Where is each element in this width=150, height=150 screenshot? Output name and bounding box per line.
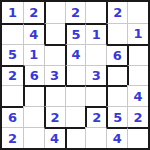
given-digit: 5	[113, 111, 122, 124]
cell-r5c4[interactable]	[65, 85, 86, 106]
cell-r5c1[interactable]	[2, 85, 23, 106]
cell-r1c7[interactable]	[127, 2, 148, 23]
cell-r1c6[interactable]: 2	[106, 2, 127, 23]
given-digit: 5	[8, 48, 17, 61]
cell-r7c6[interactable]: 4	[106, 127, 127, 148]
given-digit: 4	[134, 90, 143, 103]
given-digit: 2	[29, 6, 38, 19]
given-digit: 4	[50, 132, 59, 145]
cell-r5c5[interactable]	[85, 85, 106, 106]
given-digit: 1	[134, 27, 143, 40]
cell-r4c7[interactable]	[127, 65, 148, 86]
cell-r6c6[interactable]: 5	[106, 106, 127, 127]
cell-r6c3[interactable]: 2	[44, 106, 65, 127]
given-digit: 1	[8, 6, 17, 19]
cell-r2c1[interactable]	[2, 23, 23, 44]
cell-r4c4[interactable]	[65, 65, 86, 86]
cell-r6c7[interactable]: 2	[127, 106, 148, 127]
given-digit: 1	[92, 28, 101, 41]
cell-r7c2[interactable]	[23, 127, 44, 148]
cell-r5c3[interactable]	[44, 85, 65, 106]
cell-r2c5[interactable]: 1	[85, 23, 106, 44]
cell-r7c3[interactable]: 4	[44, 127, 65, 148]
cell-r6c5[interactable]: 2	[85, 106, 106, 127]
cell-r4c2[interactable]: 6	[23, 65, 44, 86]
given-digit: 6	[8, 111, 17, 124]
given-digit: 2	[92, 111, 101, 124]
given-digit: 5	[71, 28, 80, 41]
given-digit: 4	[113, 132, 122, 145]
cell-r2c7[interactable]: 1	[127, 23, 148, 44]
cell-r3c2[interactable]: 1	[23, 44, 44, 65]
cell-r4c1[interactable]: 2	[2, 65, 23, 86]
cell-r1c2[interactable]: 2	[23, 2, 44, 23]
cell-r2c2[interactable]: 4	[23, 23, 44, 44]
cell-r2c4[interactable]: 5	[65, 23, 86, 44]
given-digit: 2	[134, 111, 143, 124]
cell-r3c7[interactable]	[127, 44, 148, 65]
cell-r3c4[interactable]: 4	[65, 44, 86, 65]
cell-r1c5[interactable]	[85, 2, 106, 23]
cell-r5c7[interactable]: 4	[127, 85, 148, 106]
cell-r4c5[interactable]: 3	[85, 65, 106, 86]
suguru-board: 1222451151462633462252244	[0, 0, 150, 150]
given-digit: 6	[30, 69, 39, 82]
given-digit: 3	[50, 69, 59, 82]
cell-r6c1[interactable]: 6	[2, 106, 23, 127]
given-digit: 2	[8, 132, 17, 145]
cell-r1c4[interactable]: 2	[65, 2, 86, 23]
given-digit: 3	[92, 69, 101, 82]
given-digit: 6	[113, 49, 122, 62]
given-digit: 2	[8, 69, 17, 82]
cell-r4c3[interactable]: 3	[44, 65, 65, 86]
cell-r1c3[interactable]	[44, 2, 65, 23]
cell-r5c2[interactable]	[23, 85, 44, 106]
cell-r4c6[interactable]	[106, 65, 127, 86]
given-digit: 4	[71, 48, 80, 61]
cell-r1c1[interactable]: 1	[2, 2, 23, 23]
given-digit: 2	[71, 6, 80, 19]
given-digit: 4	[29, 28, 38, 41]
cell-r7c5[interactable]	[85, 127, 106, 148]
cell-r2c3[interactable]	[44, 23, 65, 44]
cell-r7c4[interactable]	[65, 127, 86, 148]
cell-r3c6[interactable]: 6	[106, 44, 127, 65]
cell-r3c5[interactable]	[85, 44, 106, 65]
cell-r2c6[interactable]	[106, 23, 127, 44]
cell-r7c7[interactable]	[127, 127, 148, 148]
cell-r3c3[interactable]	[44, 44, 65, 65]
given-digit: 2	[51, 111, 60, 124]
cell-r3c1[interactable]: 5	[2, 44, 23, 65]
cell-r6c2[interactable]	[23, 106, 44, 127]
cell-r6c4[interactable]	[65, 106, 86, 127]
given-digit: 1	[29, 48, 38, 61]
cell-r5c6[interactable]	[106, 85, 127, 106]
cell-r7c1[interactable]: 2	[2, 127, 23, 148]
given-digit: 2	[113, 6, 122, 19]
